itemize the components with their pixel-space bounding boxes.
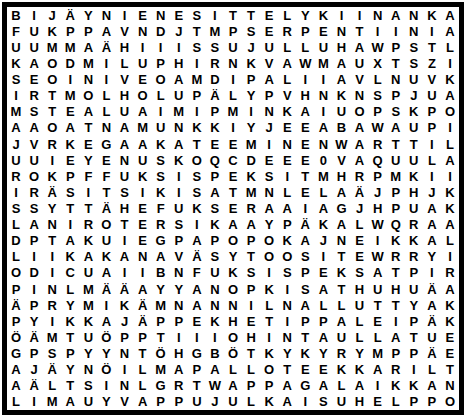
grid-cell[interactable]: P (369, 168, 387, 184)
grid-cell[interactable]: R (332, 346, 350, 362)
grid-cell[interactable]: I (115, 265, 133, 281)
grid-cell[interactable]: L (351, 313, 369, 329)
grid-cell[interactable]: Y (260, 217, 278, 233)
grid-cell[interactable]: L (369, 329, 387, 345)
grid-cell[interactable]: O (7, 265, 25, 281)
grid-cell[interactable]: A (25, 217, 43, 233)
grid-cell[interactable]: I (314, 249, 332, 265)
grid-cell[interactable]: K (296, 346, 314, 362)
grid-cell[interactable]: N (387, 71, 405, 87)
grid-cell[interactable]: Ä (115, 281, 133, 297)
grid-cell[interactable]: C (61, 265, 79, 281)
grid-cell[interactable]: U (405, 152, 423, 168)
grid-cell[interactable]: N (134, 23, 152, 39)
grid-cell[interactable]: P (61, 168, 79, 184)
grid-cell[interactable]: H (242, 329, 260, 345)
grid-cell[interactable]: U (405, 281, 423, 297)
grid-cell[interactable]: E (224, 200, 242, 216)
grid-cell[interactable]: A (314, 281, 332, 297)
grid-cell[interactable]: S (188, 184, 206, 200)
grid-cell[interactable]: R (387, 362, 405, 378)
grid-cell[interactable]: N (115, 378, 133, 394)
grid-cell[interactable]: P (206, 104, 224, 120)
grid-cell[interactable]: J (369, 184, 387, 200)
grid-cell[interactable]: 0 (314, 152, 332, 168)
grid-cell[interactable]: E (314, 265, 332, 281)
grid-cell[interactable]: E (278, 152, 296, 168)
grid-cell[interactable]: I (242, 297, 260, 313)
grid-cell[interactable]: N (332, 23, 350, 39)
grid-cell[interactable]: L (278, 71, 296, 87)
grid-cell[interactable]: N (441, 378, 459, 394)
grid-cell[interactable]: K (152, 136, 170, 152)
grid-cell[interactable]: A (115, 120, 133, 136)
grid-cell[interactable]: I (43, 152, 61, 168)
grid-cell[interactable]: I (25, 281, 43, 297)
grid-cell[interactable]: Y (351, 346, 369, 362)
grid-cell[interactable]: R (25, 184, 43, 200)
grid-cell[interactable]: E (260, 152, 278, 168)
grid-cell[interactable]: Ä (134, 297, 152, 313)
grid-cell[interactable]: A (134, 104, 152, 120)
grid-cell[interactable]: L (115, 55, 133, 71)
grid-cell[interactable]: A (369, 362, 387, 378)
grid-cell[interactable]: F (152, 200, 170, 216)
grid-cell[interactable]: N (405, 7, 423, 23)
grid-cell[interactable]: K (61, 313, 79, 329)
grid-cell[interactable]: J (260, 120, 278, 136)
grid-cell[interactable]: N (97, 120, 115, 136)
grid-cell[interactable]: A (61, 233, 79, 249)
grid-cell[interactable]: F (7, 23, 25, 39)
grid-cell[interactable]: U (25, 23, 43, 39)
grid-cell[interactable]: I (43, 313, 61, 329)
grid-cell[interactable]: I (61, 71, 79, 87)
grid-cell[interactable]: K (61, 136, 79, 152)
grid-cell[interactable]: R (441, 265, 459, 281)
grid-cell[interactable]: P (242, 233, 260, 249)
grid-cell[interactable]: V (115, 71, 133, 87)
grid-cell[interactable]: O (152, 71, 170, 87)
grid-cell[interactable]: T (188, 23, 206, 39)
grid-cell[interactable]: T (332, 249, 350, 265)
grid-cell[interactable]: T (405, 329, 423, 345)
grid-cell[interactable]: M (314, 55, 332, 71)
grid-cell[interactable]: E (296, 184, 314, 200)
grid-cell[interactable]: W (296, 55, 314, 71)
grid-cell[interactable]: Ä (423, 346, 441, 362)
grid-cell[interactable]: I (115, 362, 133, 378)
grid-cell[interactable]: P (278, 217, 296, 233)
grid-cell[interactable]: I (405, 362, 423, 378)
grid-cell[interactable]: L (242, 394, 260, 410)
grid-cell[interactable]: E (314, 23, 332, 39)
grid-cell[interactable]: Ä (43, 362, 61, 378)
grid-cell[interactable]: O (260, 249, 278, 265)
grid-cell[interactable]: T (224, 7, 242, 23)
grid-cell[interactable]: R (278, 23, 296, 39)
grid-cell[interactable]: A (134, 136, 152, 152)
grid-cell[interactable]: J (25, 362, 43, 378)
grid-cell[interactable]: R (170, 378, 188, 394)
grid-cell[interactable]: Ä (296, 217, 314, 233)
grid-cell[interactable]: V (332, 152, 350, 168)
grid-cell[interactable]: R (405, 249, 423, 265)
grid-cell[interactable]: Y (152, 281, 170, 297)
grid-cell[interactable]: I (134, 39, 152, 55)
grid-cell[interactable]: I (369, 233, 387, 249)
grid-cell[interactable]: L (332, 378, 350, 394)
grid-cell[interactable]: H (387, 281, 405, 297)
grid-cell[interactable]: Y (242, 120, 260, 136)
grid-cell[interactable]: I (61, 217, 79, 233)
grid-cell[interactable]: K (97, 249, 115, 265)
grid-cell[interactable]: U (79, 265, 97, 281)
grid-cell[interactable]: E (369, 313, 387, 329)
grid-cell[interactable]: K (332, 88, 350, 104)
grid-cell[interactable]: I (115, 7, 133, 23)
grid-cell[interactable]: I (188, 55, 206, 71)
grid-cell[interactable]: A (278, 55, 296, 71)
grid-cell[interactable]: N (332, 233, 350, 249)
grid-cell[interactable]: H (405, 184, 423, 200)
grid-cell[interactable]: I (224, 120, 242, 136)
grid-cell[interactable]: T (43, 104, 61, 120)
grid-cell[interactable]: U (206, 265, 224, 281)
grid-cell[interactable]: S (278, 265, 296, 281)
grid-cell[interactable]: T (224, 184, 242, 200)
grid-cell[interactable]: D (61, 55, 79, 71)
grid-cell[interactable]: S (405, 39, 423, 55)
grid-cell[interactable]: A (351, 39, 369, 55)
grid-cell[interactable]: R (43, 136, 61, 152)
grid-cell[interactable]: S (170, 217, 188, 233)
grid-cell[interactable]: P (61, 23, 79, 39)
grid-cell[interactable]: A (278, 200, 296, 216)
grid-cell[interactable]: I (423, 168, 441, 184)
grid-cell[interactable]: T (43, 88, 61, 104)
grid-cell[interactable]: Ö (224, 346, 242, 362)
grid-cell[interactable]: I (423, 136, 441, 152)
grid-cell[interactable]: A (224, 217, 242, 233)
grid-cell[interactable]: E (134, 200, 152, 216)
grid-cell[interactable]: I (278, 168, 296, 184)
grid-cell[interactable]: R (405, 217, 423, 233)
grid-cell[interactable]: T (387, 297, 405, 313)
grid-cell[interactable]: V (260, 55, 278, 71)
grid-cell[interactable]: G (152, 378, 170, 394)
grid-cell[interactable]: P (224, 23, 242, 39)
grid-cell[interactable]: H (170, 55, 188, 71)
grid-cell[interactable]: P (79, 23, 97, 39)
grid-cell[interactable]: J (405, 88, 423, 104)
grid-cell[interactable]: O (441, 104, 459, 120)
grid-cell[interactable]: Ä (61, 7, 79, 23)
grid-cell[interactable]: R (25, 88, 43, 104)
grid-cell[interactable]: I (242, 104, 260, 120)
grid-cell[interactable]: Y (43, 200, 61, 216)
grid-cell[interactable]: U (351, 55, 369, 71)
grid-cell[interactable]: M (61, 88, 79, 104)
grid-cell[interactable]: J (115, 313, 133, 329)
grid-cell[interactable]: L (134, 362, 152, 378)
grid-cell[interactable]: A (387, 120, 405, 136)
grid-cell[interactable]: K (387, 378, 405, 394)
grid-cell[interactable]: A (387, 7, 405, 23)
grid-cell[interactable]: T (387, 265, 405, 281)
grid-cell[interactable]: P (170, 394, 188, 410)
grid-cell[interactable]: I (278, 313, 296, 329)
grid-cell[interactable]: I (260, 265, 278, 281)
grid-cell[interactable]: P (387, 346, 405, 362)
grid-cell[interactable]: P (296, 23, 314, 39)
grid-cell[interactable]: K (43, 23, 61, 39)
grid-cell[interactable]: O (260, 362, 278, 378)
grid-cell[interactable]: T (296, 329, 314, 345)
grid-cell[interactable]: I (188, 104, 206, 120)
grid-cell[interactable]: K (134, 168, 152, 184)
grid-cell[interactable]: E (369, 394, 387, 410)
grid-cell[interactable]: T (242, 249, 260, 265)
grid-cell[interactable]: R (43, 297, 61, 313)
grid-cell[interactable]: K (115, 297, 133, 313)
grid-cell[interactable]: I (441, 168, 459, 184)
grid-cell[interactable]: P (296, 265, 314, 281)
grid-cell[interactable]: Y (61, 297, 79, 313)
grid-cell[interactable]: L (61, 281, 79, 297)
grid-cell[interactable]: A (278, 378, 296, 394)
grid-cell[interactable]: K (61, 249, 79, 265)
grid-cell[interactable]: S (79, 378, 97, 394)
grid-cell[interactable]: I (441, 249, 459, 265)
grid-cell[interactable]: A (242, 217, 260, 233)
grid-cell[interactable]: N (170, 265, 188, 281)
grid-cell[interactable]: T (97, 184, 115, 200)
grid-cell[interactable]: P (387, 184, 405, 200)
grid-cell[interactable]: A (206, 362, 224, 378)
grid-cell[interactable]: T (405, 136, 423, 152)
grid-cell[interactable]: A (332, 313, 350, 329)
grid-cell[interactable]: K (170, 152, 188, 168)
grid-cell[interactable]: T (278, 362, 296, 378)
grid-cell[interactable]: P (170, 313, 188, 329)
grid-cell[interactable]: Y (242, 88, 260, 104)
grid-cell[interactable]: S (206, 200, 224, 216)
grid-cell[interactable]: A (296, 104, 314, 120)
grid-cell[interactable]: A (369, 265, 387, 281)
grid-cell[interactable]: U (25, 39, 43, 55)
grid-cell[interactable]: A (351, 136, 369, 152)
grid-cell[interactable]: K (242, 168, 260, 184)
grid-cell[interactable]: T (79, 120, 97, 136)
grid-cell[interactable]: N (115, 346, 133, 362)
grid-cell[interactable]: A (188, 297, 206, 313)
grid-cell[interactable]: R (242, 200, 260, 216)
grid-cell[interactable]: N (314, 88, 332, 104)
grid-cell[interactable]: P (242, 378, 260, 394)
grid-cell[interactable]: K (278, 233, 296, 249)
grid-cell[interactable]: W (369, 249, 387, 265)
grid-cell[interactable]: A (79, 39, 97, 55)
grid-cell[interactable]: M (170, 104, 188, 120)
grid-cell[interactable]: A (314, 378, 332, 394)
grid-cell[interactable]: K (79, 313, 97, 329)
grid-cell[interactable]: A (351, 152, 369, 168)
grid-cell[interactable]: I (369, 378, 387, 394)
grid-cell[interactable]: L (314, 297, 332, 313)
grid-cell[interactable]: I (206, 7, 224, 23)
grid-cell[interactable]: S (7, 200, 25, 216)
grid-cell[interactable]: G (296, 378, 314, 394)
grid-cell[interactable]: M (79, 55, 97, 71)
grid-cell[interactable]: T (61, 329, 79, 345)
grid-cell[interactable]: A (423, 217, 441, 233)
grid-cell[interactable]: Z (423, 55, 441, 71)
grid-cell[interactable]: I (369, 23, 387, 39)
grid-cell[interactable]: S (25, 104, 43, 120)
grid-cell[interactable]: S (7, 71, 25, 87)
grid-cell[interactable]: M (206, 23, 224, 39)
grid-cell[interactable]: A (441, 152, 459, 168)
grid-cell[interactable]: I (188, 329, 206, 345)
grid-cell[interactable]: N (224, 55, 242, 71)
grid-cell[interactable]: U (79, 329, 97, 345)
grid-cell[interactable]: K (314, 7, 332, 23)
grid-cell[interactable]: Ä (25, 378, 43, 394)
grid-cell[interactable]: K (79, 233, 97, 249)
grid-cell[interactable]: U (405, 120, 423, 136)
grid-cell[interactable]: K (278, 104, 296, 120)
grid-cell[interactable]: R (79, 217, 97, 233)
grid-cell[interactable]: Y (314, 346, 332, 362)
grid-cell[interactable]: S (206, 39, 224, 55)
grid-cell[interactable]: S (152, 152, 170, 168)
grid-cell[interactable]: U (332, 104, 350, 120)
grid-cell[interactable]: L (441, 39, 459, 55)
grid-cell[interactable]: F (79, 168, 97, 184)
grid-cell[interactable]: L (242, 362, 260, 378)
grid-cell[interactable]: L (423, 152, 441, 168)
grid-cell[interactable]: K (260, 281, 278, 297)
grid-cell[interactable]: U (170, 200, 188, 216)
grid-cell[interactable]: O (188, 152, 206, 168)
grid-cell[interactable]: I (7, 184, 25, 200)
grid-cell[interactable]: D (25, 265, 43, 281)
grid-cell[interactable]: P (7, 313, 25, 329)
grid-cell[interactable]: E (260, 23, 278, 39)
grid-cell[interactable]: N (278, 297, 296, 313)
grid-cell[interactable]: O (224, 233, 242, 249)
grid-cell[interactable]: A (423, 233, 441, 249)
grid-cell[interactable]: A (423, 378, 441, 394)
grid-cell[interactable]: N (152, 7, 170, 23)
grid-cell[interactable]: A (7, 120, 25, 136)
grid-cell[interactable]: I (97, 378, 115, 394)
grid-cell[interactable]: Ä (97, 200, 115, 216)
grid-cell[interactable]: I (7, 88, 25, 104)
grid-cell[interactable]: B (206, 346, 224, 362)
grid-cell[interactable]: P (170, 233, 188, 249)
grid-cell[interactable]: F (97, 168, 115, 184)
grid-cell[interactable]: I (170, 329, 188, 345)
grid-cell[interactable]: I (314, 104, 332, 120)
grid-cell[interactable]: Q (369, 152, 387, 168)
grid-cell[interactable]: I (170, 168, 188, 184)
grid-cell[interactable]: K (224, 265, 242, 281)
grid-cell[interactable]: U (369, 281, 387, 297)
grid-cell[interactable]: K (441, 313, 459, 329)
grid-cell[interactable]: N (170, 297, 188, 313)
grid-cell[interactable]: J (7, 136, 25, 152)
grid-cell[interactable]: L (152, 88, 170, 104)
grid-cell[interactable]: L (97, 88, 115, 104)
grid-cell[interactable]: U (152, 120, 170, 136)
grid-cell[interactable]: D (206, 71, 224, 87)
grid-cell[interactable]: T (61, 378, 79, 394)
grid-cell[interactable]: M (43, 39, 61, 55)
grid-cell[interactable]: K (405, 168, 423, 184)
grid-cell[interactable]: A (134, 281, 152, 297)
grid-cell[interactable]: U (79, 394, 97, 410)
grid-cell[interactable]: Ä (423, 313, 441, 329)
grid-cell[interactable]: A (332, 217, 350, 233)
grid-cell[interactable]: K (441, 297, 459, 313)
grid-cell[interactable]: P (25, 297, 43, 313)
grid-cell[interactable]: A (441, 281, 459, 297)
grid-cell[interactable]: S (152, 168, 170, 184)
grid-cell[interactable]: Ä (43, 184, 61, 200)
grid-cell[interactable]: I (188, 217, 206, 233)
grid-cell[interactable]: K (441, 184, 459, 200)
grid-cell[interactable]: O (43, 71, 61, 87)
grid-cell[interactable]: J (242, 39, 260, 55)
grid-cell[interactable]: Y (97, 394, 115, 410)
grid-cell[interactable]: T (61, 200, 79, 216)
grid-cell[interactable]: S (206, 249, 224, 265)
grid-cell[interactable]: T (351, 23, 369, 39)
grid-cell[interactable]: N (43, 217, 61, 233)
grid-cell[interactable]: E (351, 249, 369, 265)
grid-cell[interactable]: E (97, 152, 115, 168)
grid-cell[interactable]: E (296, 136, 314, 152)
grid-cell[interactable]: V (115, 394, 133, 410)
grid-cell[interactable]: A (441, 88, 459, 104)
grid-cell[interactable]: L (296, 39, 314, 55)
grid-cell[interactable]: K (206, 217, 224, 233)
grid-cell[interactable]: M (43, 394, 61, 410)
grid-cell[interactable]: A (134, 394, 152, 410)
grid-cell[interactable]: T (188, 136, 206, 152)
grid-cell[interactable]: L (441, 136, 459, 152)
grid-cell[interactable]: X (369, 55, 387, 71)
grid-cell[interactable]: L (314, 184, 332, 200)
grid-cell[interactable]: G (7, 346, 25, 362)
grid-cell[interactable]: Y (278, 346, 296, 362)
grid-cell[interactable]: E (61, 104, 79, 120)
grid-cell[interactable]: I (97, 55, 115, 71)
grid-cell[interactable]: H (224, 313, 242, 329)
grid-cell[interactable]: L (224, 88, 242, 104)
grid-cell[interactable]: O (25, 168, 43, 184)
grid-cell[interactable]: D (242, 152, 260, 168)
grid-cell[interactable]: P (260, 88, 278, 104)
grid-cell[interactable]: I (43, 249, 61, 265)
grid-cell[interactable]: T (115, 217, 133, 233)
grid-cell[interactable]: T (332, 281, 350, 297)
grid-cell[interactable]: Y (423, 249, 441, 265)
grid-cell[interactable]: I (260, 329, 278, 345)
grid-cell[interactable]: P (25, 346, 43, 362)
